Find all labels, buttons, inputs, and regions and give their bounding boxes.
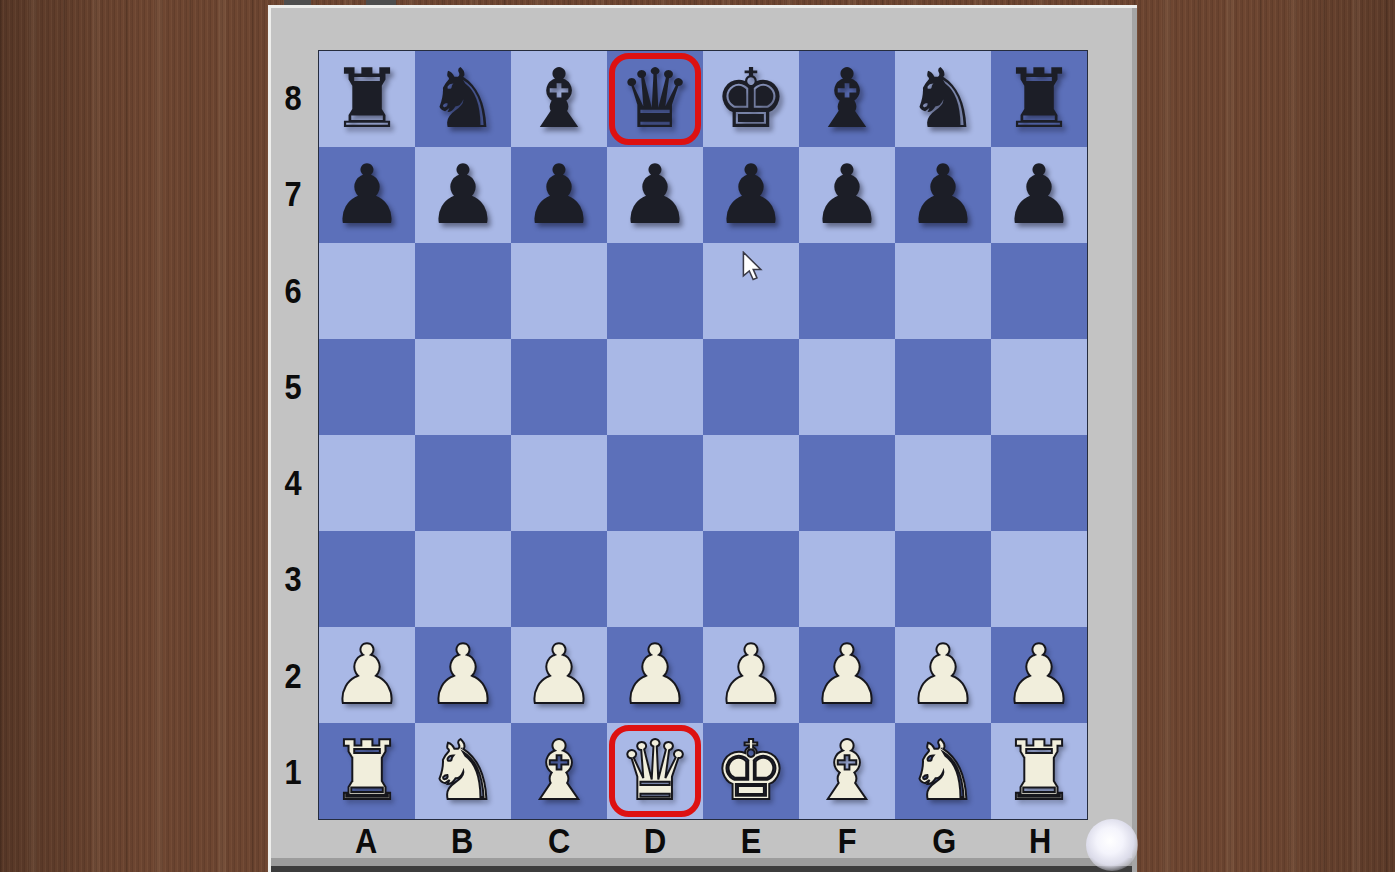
file-label-h: H [998,820,1083,862]
square-a4[interactable] [319,435,415,531]
square-a7[interactable]: ♟ [319,147,415,243]
piece-white-king[interactable]: ♚ [714,730,788,812]
square-e3[interactable] [703,531,799,627]
square-g4[interactable] [895,435,991,531]
square-h3[interactable] [991,531,1087,627]
square-e6[interactable] [703,243,799,339]
piece-black-knight[interactable]: ♞ [426,58,500,140]
square-g2[interactable]: ♟ [895,627,991,723]
file-label-g: G [901,820,986,862]
file-label-a: A [324,820,409,862]
piece-white-pawn[interactable]: ♟ [522,634,596,716]
square-b7[interactable]: ♟ [415,147,511,243]
square-g3[interactable] [895,531,991,627]
square-d6[interactable] [607,243,703,339]
square-a8[interactable]: ♜ [319,51,415,147]
square-c1[interactable]: ♝ [511,723,607,819]
file-label-e: E [709,820,794,862]
square-e1[interactable]: ♚ [703,723,799,819]
piece-black-pawn[interactable]: ♟ [714,154,788,236]
file-labels: ABCDEFGH [318,820,1088,862]
square-b4[interactable] [415,435,511,531]
piece-black-pawn[interactable]: ♟ [330,154,404,236]
square-d1[interactable]: ♛ [607,723,703,819]
square-f5[interactable] [799,339,895,435]
square-c5[interactable] [511,339,607,435]
square-d8[interactable]: ♛ [607,51,703,147]
square-h7[interactable]: ♟ [991,147,1087,243]
square-h4[interactable] [991,435,1087,531]
piece-black-pawn[interactable]: ♟ [810,154,884,236]
square-f1[interactable]: ♝ [799,723,895,819]
piece-white-pawn[interactable]: ♟ [810,634,884,716]
square-c4[interactable] [511,435,607,531]
piece-white-bishop[interactable]: ♝ [810,730,884,812]
glow-orb-icon [1086,819,1138,871]
square-g5[interactable] [895,339,991,435]
square-e8[interactable]: ♚ [703,51,799,147]
piece-white-pawn[interactable]: ♟ [618,634,692,716]
square-a1[interactable]: ♜ [319,723,415,819]
square-e4[interactable] [703,435,799,531]
piece-black-pawn[interactable]: ♟ [618,154,692,236]
square-e5[interactable] [703,339,799,435]
square-h1[interactable]: ♜ [991,723,1087,819]
square-f8[interactable]: ♝ [799,51,895,147]
rank-label-8: 8 [271,50,315,146]
square-h6[interactable] [991,243,1087,339]
piece-black-pawn[interactable]: ♟ [1002,154,1076,236]
square-g1[interactable]: ♞ [895,723,991,819]
square-d5[interactable] [607,339,703,435]
square-e2[interactable]: ♟ [703,627,799,723]
chess-board[interactable]: ♜♞♝♛♚♝♞♜♟♟♟♟♟♟♟♟♟♟♟♟♟♟♟♟♜♞♝♛♚♝♞♜ [318,50,1088,820]
piece-white-knight[interactable]: ♞ [906,730,980,812]
square-b1[interactable]: ♞ [415,723,511,819]
rank-label-4: 4 [271,435,315,531]
piece-white-pawn[interactable]: ♟ [906,634,980,716]
square-b8[interactable]: ♞ [415,51,511,147]
piece-white-pawn[interactable]: ♟ [714,634,788,716]
piece-white-bishop[interactable]: ♝ [522,730,596,812]
square-g6[interactable] [895,243,991,339]
file-label-d: D [613,820,698,862]
piece-black-rook[interactable]: ♜ [330,58,404,140]
square-e7[interactable]: ♟ [703,147,799,243]
square-d3[interactable] [607,531,703,627]
piece-white-pawn[interactable]: ♟ [426,634,500,716]
square-d2[interactable]: ♟ [607,627,703,723]
square-a2[interactable]: ♟ [319,627,415,723]
piece-black-king[interactable]: ♚ [714,58,788,140]
piece-black-pawn[interactable]: ♟ [906,154,980,236]
square-f3[interactable] [799,531,895,627]
piece-black-pawn[interactable]: ♟ [426,154,500,236]
square-a5[interactable] [319,339,415,435]
square-h2[interactable]: ♟ [991,627,1087,723]
rank-label-5: 5 [271,339,315,435]
square-a6[interactable] [319,243,415,339]
square-c8[interactable]: ♝ [511,51,607,147]
rank-label-3: 3 [271,531,315,627]
square-b3[interactable] [415,531,511,627]
rank-label-7: 7 [271,146,315,242]
app-background: { "game": "chess", "position": { "fen": … [0,0,1395,872]
square-b2[interactable]: ♟ [415,627,511,723]
piece-white-queen[interactable]: ♛ [618,730,692,812]
square-b6[interactable] [415,243,511,339]
piece-black-pawn[interactable]: ♟ [522,154,596,236]
square-c6[interactable] [511,243,607,339]
piece-black-queen[interactable]: ♛ [618,58,692,140]
square-c7[interactable]: ♟ [511,147,607,243]
square-d4[interactable] [607,435,703,531]
rank-label-1: 1 [271,724,315,820]
file-label-b: B [420,820,505,862]
square-f6[interactable] [799,243,895,339]
rank-label-2: 2 [271,628,315,724]
piece-white-rook[interactable]: ♜ [1002,730,1076,812]
file-label-c: C [516,820,601,862]
piece-black-knight[interactable]: ♞ [906,58,980,140]
square-h8[interactable]: ♜ [991,51,1087,147]
piece-white-pawn[interactable]: ♟ [1002,634,1076,716]
piece-white-knight[interactable]: ♞ [426,730,500,812]
square-h5[interactable] [991,339,1087,435]
square-g8[interactable]: ♞ [895,51,991,147]
piece-black-bishop[interactable]: ♝ [522,58,596,140]
square-f4[interactable] [799,435,895,531]
square-b5[interactable] [415,339,511,435]
square-c2[interactable]: ♟ [511,627,607,723]
piece-black-rook[interactable]: ♜ [1002,58,1076,140]
square-f7[interactable]: ♟ [799,147,895,243]
piece-black-bishop[interactable]: ♝ [810,58,884,140]
square-f2[interactable]: ♟ [799,627,895,723]
square-g7[interactable]: ♟ [895,147,991,243]
rank-labels: 87654321 [268,50,318,820]
piece-white-pawn[interactable]: ♟ [330,634,404,716]
file-label-f: F [805,820,890,862]
piece-white-rook[interactable]: ♜ [330,730,404,812]
rank-label-6: 6 [271,243,315,339]
square-c3[interactable] [511,531,607,627]
square-a3[interactable] [319,531,415,627]
square-d7[interactable]: ♟ [607,147,703,243]
